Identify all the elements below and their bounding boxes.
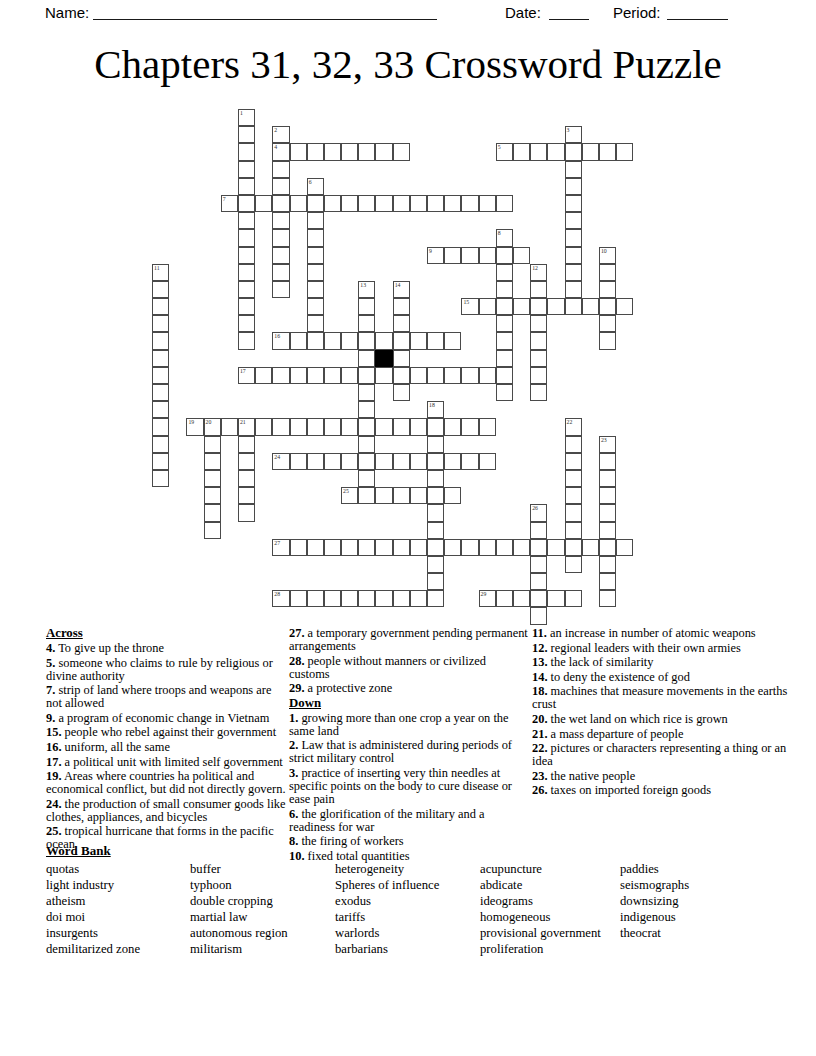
grid-cell-r7c24[interactable] xyxy=(565,229,582,246)
grid-cell-r22c15[interactable] xyxy=(410,487,427,504)
grid-cell-r11c21[interactable] xyxy=(513,298,530,315)
grid-cell-r15c5[interactable]: 17 xyxy=(238,367,255,384)
clue-num: 21. xyxy=(532,727,548,741)
grid-cell-r19c24[interactable] xyxy=(565,436,582,453)
grid-cell-r28c21[interactable] xyxy=(513,590,530,607)
grid-cell-r8c17[interactable] xyxy=(444,247,461,264)
grid-cell-r15c22[interactable] xyxy=(530,367,547,384)
cell-number-10: 10 xyxy=(601,248,607,255)
grid-cell-r28c15[interactable] xyxy=(410,590,427,607)
grid-cell-r13c10[interactable] xyxy=(324,332,341,349)
grid-cell-r0c5[interactable]: 1 xyxy=(238,109,255,126)
grid-cell-r15c15[interactable] xyxy=(410,367,427,384)
grid-cell-r22c11[interactable]: 25 xyxy=(341,487,358,504)
grid-cell-r13c15[interactable] xyxy=(410,332,427,349)
grid-cell-r18c4[interactable] xyxy=(221,418,238,435)
grid-cell-r18c11[interactable] xyxy=(341,418,358,435)
grid-cell-r18c13[interactable] xyxy=(375,418,392,435)
grid-cell-r23c24[interactable] xyxy=(565,504,582,521)
grid-cell-r10c9[interactable] xyxy=(307,281,324,298)
grid-cell-r6c7[interactable] xyxy=(272,212,289,229)
grid-cell-r25c27[interactable] xyxy=(616,539,633,556)
grid-cell-r25c26[interactable] xyxy=(599,539,616,556)
grid-cell-r2c21[interactable] xyxy=(513,143,530,160)
grid-cell-r7c7[interactable] xyxy=(272,229,289,246)
grid-cell-r25c11[interactable] xyxy=(341,539,358,556)
grid-cell-r11c19[interactable] xyxy=(479,298,496,315)
grid-cell-r25c20[interactable] xyxy=(496,539,513,556)
grid-cell-r21c5[interactable] xyxy=(238,470,255,487)
grid-cell-r14c20[interactable] xyxy=(496,350,513,367)
grid-cell-r11c25[interactable] xyxy=(582,298,599,315)
grid-cell-r7c20[interactable]: 8 xyxy=(496,229,513,246)
grid-cell-r27c16[interactable] xyxy=(427,573,444,590)
name-blank-line[interactable] xyxy=(93,5,437,20)
grid-cell-r18c17[interactable] xyxy=(444,418,461,435)
word-bank-item: proliferation xyxy=(480,941,620,957)
grid-cell-r12c0[interactable] xyxy=(152,315,169,332)
grid-cell-r24c16[interactable] xyxy=(427,522,444,539)
grid-cell-r20c9[interactable] xyxy=(307,453,324,470)
grid-cell-r18c14[interactable] xyxy=(393,418,410,435)
grid-cell-r2c22[interactable] xyxy=(530,143,547,160)
grid-cell-r11c24[interactable] xyxy=(565,298,582,315)
grid-cell-r20c12[interactable] xyxy=(358,453,375,470)
grid-cell-r9c9[interactable] xyxy=(307,264,324,281)
grid-cell-r25c7[interactable]: 27 xyxy=(272,539,289,556)
grid-cell-r20c14[interactable] xyxy=(393,453,410,470)
grid-cell-r14c0[interactable] xyxy=(152,350,169,367)
grid-cell-r23c22[interactable]: 26 xyxy=(530,504,547,521)
grid-cell-r3c24[interactable] xyxy=(565,161,582,178)
grid-cell-r10c22[interactable] xyxy=(530,281,547,298)
grid-cell-r20c15[interactable] xyxy=(410,453,427,470)
clues-column-2: 27. a temporary government pending perma… xyxy=(289,627,529,864)
grid-cell-r11c9[interactable] xyxy=(307,298,324,315)
grid-cell-r29c22[interactable] xyxy=(530,607,547,624)
grid-cell-r6c5[interactable] xyxy=(238,212,255,229)
grid-cell-r6c24[interactable] xyxy=(565,212,582,229)
grid-cell-r25c8[interactable] xyxy=(290,539,307,556)
grid-cell-r11c14[interactable] xyxy=(393,298,410,315)
grid-cell-r28c26[interactable] xyxy=(599,590,616,607)
grid-cell-r24c26[interactable] xyxy=(599,522,616,539)
grid-cell-r18c10[interactable] xyxy=(324,418,341,435)
grid-cell-r19c26[interactable]: 23 xyxy=(599,436,616,453)
grid-cell-r25c21[interactable] xyxy=(513,539,530,556)
grid-cell-r6c9[interactable] xyxy=(307,212,324,229)
grid-cell-r18c3[interactable]: 20 xyxy=(204,418,221,435)
grid-cell-r24c3[interactable] xyxy=(204,522,221,539)
grid-cell-r13c9[interactable] xyxy=(307,332,324,349)
grid-cell-r20c3[interactable] xyxy=(204,453,221,470)
grid-cell-r8c19[interactable] xyxy=(479,247,496,264)
grid-cell-r13c22[interactable] xyxy=(530,332,547,349)
grid-cell-r28c23[interactable] xyxy=(547,590,564,607)
grid-cell-r13c12[interactable] xyxy=(358,332,375,349)
clue-across-4: 4. To give up the throne xyxy=(46,642,289,655)
grid-cell-r8c16[interactable]: 9 xyxy=(427,247,444,264)
grid-cell-r13c14[interactable] xyxy=(393,332,410,349)
grid-cell-r15c8[interactable] xyxy=(290,367,307,384)
grid-cell-r5c15[interactable] xyxy=(410,195,427,212)
grid-cell-r2c8[interactable] xyxy=(290,143,307,160)
grid-cell-r18c12[interactable] xyxy=(358,418,375,435)
date-blank-line[interactable] xyxy=(549,5,589,20)
grid-cell-r20c11[interactable] xyxy=(341,453,358,470)
grid-cell-r26c16[interactable] xyxy=(427,556,444,573)
grid-cell-r15c19[interactable] xyxy=(479,367,496,384)
clue-num: 28. xyxy=(289,654,305,668)
grid-cell-r2c25[interactable] xyxy=(582,143,599,160)
grid-cell-r5c5[interactable] xyxy=(238,195,255,212)
grid-cell-r25c15[interactable] xyxy=(410,539,427,556)
grid-cell-r27c22[interactable] xyxy=(530,573,547,590)
grid-cell-r14c14[interactable] xyxy=(393,350,410,367)
grid-cell-r2c26[interactable] xyxy=(599,143,616,160)
grid-cell-r25c18[interactable] xyxy=(461,539,478,556)
grid-cell-r20c0[interactable] xyxy=(152,453,169,470)
grid-cell-r2c13[interactable] xyxy=(375,143,392,160)
grid-cell-r3c7[interactable] xyxy=(272,161,289,178)
grid-cell-r5c11[interactable] xyxy=(341,195,358,212)
grid-cell-r22c12[interactable] xyxy=(358,487,375,504)
grid-cell-r5c16[interactable] xyxy=(427,195,444,212)
grid-cell-r15c9[interactable] xyxy=(307,367,324,384)
grid-cell-r18c9[interactable] xyxy=(307,418,324,435)
grid-cell-r25c16[interactable] xyxy=(427,539,444,556)
grid-cell-r18c15[interactable] xyxy=(410,418,427,435)
grid-cell-r10c7[interactable] xyxy=(272,281,289,298)
grid-cell-r25c25[interactable] xyxy=(582,539,599,556)
grid-cell-r20c10[interactable] xyxy=(324,453,341,470)
grid-cell-r14c12[interactable] xyxy=(358,350,375,367)
grid-cell-r23c16[interactable] xyxy=(427,504,444,521)
grid-cell-r12c26[interactable] xyxy=(599,315,616,332)
grid-cell-r12c22[interactable] xyxy=(530,315,547,332)
grid-cell-r5c9[interactable] xyxy=(307,195,324,212)
crossword-grid: 1234567891011121314151617181920212223242… xyxy=(152,109,633,625)
word-bank-item: acupuncture xyxy=(480,861,620,877)
grid-cell-r20c16[interactable] xyxy=(427,453,444,470)
grid-cell-r28c13[interactable] xyxy=(375,590,392,607)
grid-cell-r10c24[interactable] xyxy=(565,281,582,298)
grid-cell-r28c12[interactable] xyxy=(358,590,375,607)
grid-cell-r15c6[interactable] xyxy=(255,367,272,384)
grid-cell-r17c0[interactable] xyxy=(152,401,169,418)
grid-cell-r2c10[interactable] xyxy=(324,143,341,160)
grid-cell-r2c24[interactable] xyxy=(565,143,582,160)
grid-cell-r15c13[interactable] xyxy=(375,367,392,384)
grid-cell-r5c7[interactable] xyxy=(272,195,289,212)
grid-cell-r2c5[interactable] xyxy=(238,143,255,160)
grid-cell-r11c23[interactable] xyxy=(547,298,564,315)
grid-cell-r8c9[interactable] xyxy=(307,247,324,264)
grid-cell-r28c11[interactable] xyxy=(341,590,358,607)
grid-cell-r9c24[interactable] xyxy=(565,264,582,281)
grid-cell-r9c7[interactable] xyxy=(272,264,289,281)
grid-cell-r2c7[interactable]: 4 xyxy=(272,143,289,160)
grid-cell-r11c22[interactable] xyxy=(530,298,547,315)
grid-cell-r5c14[interactable] xyxy=(393,195,410,212)
grid-cell-r13c13[interactable] xyxy=(375,332,392,349)
grid-cell-r27c26[interactable] xyxy=(599,573,616,590)
cell-number-12: 12 xyxy=(532,265,538,272)
word-bank-item: quotas xyxy=(46,861,190,877)
grid-cell-r28c8[interactable] xyxy=(290,590,307,607)
grid-cell-r25c14[interactable] xyxy=(393,539,410,556)
grid-cell-r4c24[interactable] xyxy=(565,178,582,195)
grid-cell-r11c27[interactable] xyxy=(616,298,633,315)
grid-cell-r11c20[interactable] xyxy=(496,298,513,315)
grid-cell-r2c23[interactable] xyxy=(547,143,564,160)
grid-cell-r15c16[interactable] xyxy=(427,367,444,384)
grid-cell-r16c12[interactable] xyxy=(358,384,375,401)
word-bank-columns: quotaslight industryatheismdoi moiinsurg… xyxy=(46,861,794,957)
grid-cell-r9c20[interactable] xyxy=(496,264,513,281)
grid-cell-r21c16[interactable] xyxy=(427,470,444,487)
clue-across-29: 29. a protective zone xyxy=(289,682,529,695)
grid-cell-r21c12[interactable] xyxy=(358,470,375,487)
grid-cell-r19c3[interactable] xyxy=(204,436,221,453)
grid-cell-r11c0[interactable] xyxy=(152,298,169,315)
grid-cell-r28c19[interactable]: 29 xyxy=(479,590,496,607)
grid-cell-r28c9[interactable] xyxy=(307,590,324,607)
grid-cell-r15c18[interactable] xyxy=(461,367,478,384)
grid-cell-r1c7[interactable]: 2 xyxy=(272,126,289,143)
grid-cell-r24c24[interactable] xyxy=(565,522,582,539)
grid-cell-r4c9[interactable]: 6 xyxy=(307,178,324,195)
grid-cell-r13c11[interactable] xyxy=(341,332,358,349)
clue-down-14: 14. to deny the existence of god xyxy=(532,671,794,684)
grid-cell-r8c5[interactable] xyxy=(238,247,255,264)
word-bank-item: militarism xyxy=(190,941,335,957)
grid-cell-r7c9[interactable] xyxy=(307,229,324,246)
grid-cell-r25c22[interactable] xyxy=(530,539,547,556)
grid-cell-r9c0[interactable]: 11 xyxy=(152,264,169,281)
grid-cell-r5c24[interactable] xyxy=(565,195,582,212)
grid-cell-r25c10[interactable] xyxy=(324,539,341,556)
grid-cell-r18c8[interactable] xyxy=(290,418,307,435)
grid-cell-r10c20[interactable] xyxy=(496,281,513,298)
grid-cell-r20c17[interactable] xyxy=(444,453,461,470)
grid-cell-r25c9[interactable] xyxy=(307,539,324,556)
grid-cell-r19c16[interactable] xyxy=(427,436,444,453)
grid-cell-r15c17[interactable] xyxy=(444,367,461,384)
grid-cell-r16c0[interactable] xyxy=(152,384,169,401)
grid-cell-r18c16[interactable] xyxy=(427,418,444,435)
grid-cell-r22c26[interactable] xyxy=(599,487,616,504)
grid-cell-r22c3[interactable] xyxy=(204,487,221,504)
grid-cell-r15c11[interactable] xyxy=(341,367,358,384)
grid-cell-r2c11[interactable] xyxy=(341,143,358,160)
grid-cell-r21c3[interactable] xyxy=(204,470,221,487)
grid-cell-r18c2[interactable]: 19 xyxy=(186,418,203,435)
grid-cell-r28c14[interactable] xyxy=(393,590,410,607)
grid-cell-r12c5[interactable] xyxy=(238,315,255,332)
grid-cell-r28c20[interactable] xyxy=(496,590,513,607)
grid-cell-r3c5[interactable] xyxy=(238,161,255,178)
grid-cell-r8c20[interactable] xyxy=(496,247,513,264)
grid-cell-r5c18[interactable] xyxy=(461,195,478,212)
grid-cell-r11c5[interactable] xyxy=(238,298,255,315)
grid-cell-r10c26[interactable] xyxy=(599,281,616,298)
grid-cell-r28c10[interactable] xyxy=(324,590,341,607)
grid-cell-r19c12[interactable] xyxy=(358,436,375,453)
grid-cell-r16c22[interactable] xyxy=(530,384,547,401)
grid-cell-r22c16[interactable] xyxy=(427,487,444,504)
grid-cell-r12c12[interactable] xyxy=(358,315,375,332)
grid-cell-r10c0[interactable] xyxy=(152,281,169,298)
clue-across-28: 28. people without manners or civilized … xyxy=(289,655,529,681)
grid-cell-r18c6[interactable] xyxy=(255,418,272,435)
grid-cell-r15c12[interactable] xyxy=(358,367,375,384)
grid-cell-r11c26[interactable] xyxy=(599,298,616,315)
grid-cell-r18c18[interactable] xyxy=(461,418,478,435)
grid-cell-r26c24[interactable] xyxy=(565,556,582,573)
grid-cell-r18c5[interactable]: 21 xyxy=(238,418,255,435)
grid-cell-r23c26[interactable] xyxy=(599,504,616,521)
grid-cell-r18c19[interactable] xyxy=(479,418,496,435)
grid-cell-r25c23[interactable] xyxy=(547,539,564,556)
grid-cell-r23c3[interactable] xyxy=(204,504,221,521)
grid-cell-r8c26[interactable]: 10 xyxy=(599,247,616,264)
grid-cell-r9c22[interactable]: 12 xyxy=(530,264,547,281)
grid-cell-r18c0[interactable] xyxy=(152,418,169,435)
grid-cell-r28c7[interactable]: 28 xyxy=(272,590,289,607)
grid-cell-r25c24[interactable] xyxy=(565,539,582,556)
clue-across-27: 27. a temporary government pending perma… xyxy=(289,627,529,653)
grid-cell-r13c17[interactable] xyxy=(444,332,461,349)
grid-cell-r11c18[interactable]: 15 xyxy=(461,298,478,315)
grid-cell-r13c20[interactable] xyxy=(496,332,513,349)
grid-cell-r2c12[interactable] xyxy=(358,143,375,160)
clue-across-7: 7. strip of land where troops and weapon… xyxy=(46,684,289,710)
grid-cell-r22c5[interactable] xyxy=(238,487,255,504)
grid-cell-r5c10[interactable] xyxy=(324,195,341,212)
grid-cell-r8c7[interactable] xyxy=(272,247,289,264)
grid-cell-r13c16[interactable] xyxy=(427,332,444,349)
grid-cell-r2c9[interactable] xyxy=(307,143,324,160)
clue-num: 3. xyxy=(289,766,298,780)
grid-cell-r22c13[interactable] xyxy=(375,487,392,504)
grid-cell-r20c13[interactable] xyxy=(375,453,392,470)
clue-down-20: 20. the wet land on which rice is grown xyxy=(532,713,794,726)
grid-cell-r20c8[interactable] xyxy=(290,453,307,470)
grid-cell-r15c10[interactable] xyxy=(324,367,341,384)
grid-cell-r2c27[interactable] xyxy=(616,143,633,160)
grid-cell-r1c24[interactable]: 3 xyxy=(565,126,582,143)
grid-cell-r24c22[interactable] xyxy=(530,522,547,539)
grid-cell-r8c18[interactable] xyxy=(461,247,478,264)
grid-cell-r2c14[interactable] xyxy=(393,143,410,160)
grid-cell-r22c17[interactable] xyxy=(444,487,461,504)
grid-cell-r25c13[interactable] xyxy=(375,539,392,556)
grid-cell-r9c26[interactable] xyxy=(599,264,616,281)
grid-cell-r5c17[interactable] xyxy=(444,195,461,212)
grid-cell-r13c0[interactable] xyxy=(152,332,169,349)
grid-cell-r20c26[interactable] xyxy=(599,453,616,470)
grid-cell-r2c20[interactable]: 5 xyxy=(496,143,513,160)
grid-cell-r15c14[interactable] xyxy=(393,367,410,384)
grid-cell-r12c14[interactable] xyxy=(393,315,410,332)
grid-cell-r22c24[interactable] xyxy=(565,487,582,504)
grid-cell-r5c13[interactable] xyxy=(375,195,392,212)
grid-cell-r25c19[interactable] xyxy=(479,539,496,556)
grid-cell-r28c24[interactable] xyxy=(565,590,582,607)
grid-cell-r13c7[interactable]: 16 xyxy=(272,332,289,349)
grid-cell-r5c20[interactable] xyxy=(496,195,513,212)
grid-cell-r26c22[interactable] xyxy=(530,556,547,573)
grid-cell-r5c19[interactable] xyxy=(479,195,496,212)
grid-cell-r8c24[interactable] xyxy=(565,247,582,264)
grid-cell-r5c12[interactable] xyxy=(358,195,375,212)
grid-cell-r28c16[interactable] xyxy=(427,590,444,607)
cell-number-15: 15 xyxy=(463,299,469,306)
grid-cell-r5c8[interactable] xyxy=(290,195,307,212)
grid-cell-r16c20[interactable] xyxy=(496,384,513,401)
grid-cell-r4c5[interactable] xyxy=(238,178,255,195)
grid-cell-r25c12[interactable] xyxy=(358,539,375,556)
grid-cell-r9c5[interactable] xyxy=(238,264,255,281)
cell-number-16: 16 xyxy=(274,333,280,340)
grid-cell-r18c7[interactable] xyxy=(272,418,289,435)
grid-cell-r11c12[interactable] xyxy=(358,298,375,315)
grid-cell-r15c7[interactable] xyxy=(272,367,289,384)
grid-cell-r10c5[interactable] xyxy=(238,281,255,298)
grid-cell-r28c22[interactable] xyxy=(530,590,547,607)
grid-cell-r21c0[interactable] xyxy=(152,470,169,487)
grid-cell-r15c20[interactable] xyxy=(496,367,513,384)
grid-cell-r5c6[interactable] xyxy=(255,195,272,212)
grid-cell-r18c24[interactable]: 22 xyxy=(565,418,582,435)
grid-cell-r15c0[interactable] xyxy=(152,367,169,384)
grid-cell-r21c26[interactable] xyxy=(599,470,616,487)
grid-cell-r20c5[interactable] xyxy=(238,453,255,470)
grid-cell-r1c5[interactable] xyxy=(238,126,255,143)
grid-cell-r19c5[interactable] xyxy=(238,436,255,453)
grid-cell-r13c8[interactable] xyxy=(290,332,307,349)
word-bank-item: insurgents xyxy=(46,925,190,941)
grid-cell-r20c18[interactable] xyxy=(461,453,478,470)
grid-cell-r16c14[interactable] xyxy=(393,384,410,401)
grid-cell-r13c5[interactable] xyxy=(238,332,255,349)
grid-cell-r26c26[interactable] xyxy=(599,556,616,573)
grid-cell-r25c17[interactable] xyxy=(444,539,461,556)
grid-cell-r17c12[interactable] xyxy=(358,401,375,418)
grid-cell-r7c5[interactable] xyxy=(238,229,255,246)
grid-cell-r20c24[interactable] xyxy=(565,453,582,470)
grid-cell-r20c7[interactable]: 24 xyxy=(272,453,289,470)
grid-cell-r13c26[interactable] xyxy=(599,332,616,349)
grid-cell-r8c21[interactable] xyxy=(513,247,530,264)
grid-cell-r10c14[interactable]: 14 xyxy=(393,281,410,298)
period-blank-line[interactable] xyxy=(667,5,728,20)
grid-cell-r19c0[interactable] xyxy=(152,436,169,453)
clue-num: 16. xyxy=(46,740,62,754)
grid-cell-r12c9[interactable] xyxy=(307,315,324,332)
grid-cell-r4c7[interactable] xyxy=(272,178,289,195)
grid-cell-r12c20[interactable] xyxy=(496,315,513,332)
grid-cell-r17c16[interactable]: 18 xyxy=(427,401,444,418)
grid-cell-r20c19[interactable] xyxy=(479,453,496,470)
grid-cell-r23c5[interactable] xyxy=(238,504,255,521)
grid-cell-r22c14[interactable] xyxy=(393,487,410,504)
grid-cell-r10c12[interactable]: 13 xyxy=(358,281,375,298)
grid-cell-r14c22[interactable] xyxy=(530,350,547,367)
grid-cell-r21c24[interactable] xyxy=(565,470,582,487)
grid-cell-r5c4[interactable]: 7 xyxy=(221,195,238,212)
